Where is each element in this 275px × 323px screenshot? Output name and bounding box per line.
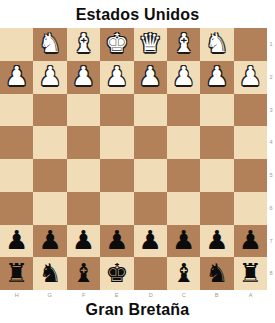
square-g1[interactable]: ♞ <box>33 28 66 61</box>
white-knight-g1: ♞ <box>38 30 61 56</box>
square-h3[interactable] <box>0 94 33 127</box>
rank-label-2: 2 <box>268 64 274 90</box>
white-knight-b1: ♞ <box>205 30 228 56</box>
white-bishop-c1: ♝ <box>172 30 195 56</box>
player-top-name: Estados Unidos <box>0 0 275 28</box>
square-d7[interactable]: ♟ <box>134 225 167 258</box>
square-d8[interactable] <box>134 257 167 290</box>
white-king-e1: ♚ <box>105 30 128 56</box>
white-pawn-h2: ♟ <box>5 63 28 89</box>
black-bishop-c8: ♝ <box>172 260 195 286</box>
square-e8[interactable]: ♚ <box>100 257 133 290</box>
rank-labels: 12345678 <box>267 28 275 290</box>
square-b8[interactable]: ♞ <box>200 257 233 290</box>
square-c6[interactable] <box>167 192 200 225</box>
square-h2[interactable]: ♟ <box>0 61 33 94</box>
square-g5[interactable] <box>33 159 66 192</box>
square-a6[interactable] <box>234 192 267 225</box>
black-pawn-g7: ♟ <box>38 227 61 253</box>
rank-label-8: 8 <box>268 261 274 287</box>
file-label-e: E <box>103 291 130 299</box>
square-b3[interactable] <box>200 94 233 127</box>
white-pawn-b2: ♟ <box>205 63 228 89</box>
square-e5[interactable] <box>100 159 133 192</box>
square-f4[interactable] <box>67 126 100 159</box>
file-label-d: D <box>137 291 164 299</box>
black-pawn-h7: ♟ <box>5 227 28 253</box>
player-bottom-name: Gran Bretaña <box>0 300 275 323</box>
rank-label-4: 4 <box>268 130 274 156</box>
file-label-g: G <box>37 291 64 299</box>
square-a3[interactable] <box>234 94 267 127</box>
square-a1[interactable] <box>234 28 267 61</box>
white-pawn-d2: ♟ <box>139 63 162 89</box>
black-pawn-a7: ♟ <box>239 227 262 253</box>
square-e7[interactable]: ♟ <box>100 225 133 258</box>
square-e1[interactable]: ♚ <box>100 28 133 61</box>
black-rook-a8: ♜ <box>239 260 262 286</box>
rank-label-3: 3 <box>268 97 274 123</box>
square-d1[interactable]: ♛ <box>134 28 167 61</box>
black-pawn-b7: ♟ <box>205 227 228 253</box>
square-d6[interactable] <box>134 192 167 225</box>
square-b2[interactable]: ♟ <box>200 61 233 94</box>
white-pawn-f2: ♟ <box>72 63 95 89</box>
square-f2[interactable]: ♟ <box>67 61 100 94</box>
square-c5[interactable] <box>167 159 200 192</box>
file-label-f: F <box>70 291 97 299</box>
black-king-e8: ♚ <box>105 260 128 286</box>
square-f1[interactable]: ♝ <box>67 28 100 61</box>
square-b6[interactable] <box>200 192 233 225</box>
square-c4[interactable] <box>167 126 200 159</box>
square-e2[interactable]: ♟ <box>100 61 133 94</box>
black-pawn-e7: ♟ <box>105 227 128 253</box>
square-g7[interactable]: ♟ <box>33 225 66 258</box>
square-a2[interactable]: ♟ <box>234 61 267 94</box>
black-rook-h8: ♜ <box>5 260 28 286</box>
black-knight-b8: ♞ <box>205 260 228 286</box>
square-h7[interactable]: ♟ <box>0 225 33 258</box>
square-c8[interactable]: ♝ <box>167 257 200 290</box>
chess-diagram: Estados Unidos ♞♝♚♛♝♞♟♟♟♟♟♟♟♟♟♟♟♟♟♟♟♟♜♞♝… <box>0 0 275 323</box>
square-d3[interactable] <box>134 94 167 127</box>
square-a4[interactable] <box>234 126 267 159</box>
square-c2[interactable]: ♟ <box>167 61 200 94</box>
square-f8[interactable]: ♝ <box>67 257 100 290</box>
square-d4[interactable] <box>134 126 167 159</box>
square-h5[interactable] <box>0 159 33 192</box>
file-label-a: A <box>237 291 264 299</box>
white-pawn-g2: ♟ <box>38 63 61 89</box>
black-bishop-f8: ♝ <box>72 260 95 286</box>
square-b1[interactable]: ♞ <box>200 28 233 61</box>
square-a7[interactable]: ♟ <box>234 225 267 258</box>
file-label-c: C <box>170 291 197 299</box>
square-h6[interactable] <box>0 192 33 225</box>
square-b7[interactable]: ♟ <box>200 225 233 258</box>
black-pawn-d7: ♟ <box>139 227 162 253</box>
rank-label-7: 7 <box>268 228 274 254</box>
square-g8[interactable]: ♞ <box>33 257 66 290</box>
square-g3[interactable] <box>33 94 66 127</box>
square-e3[interactable] <box>100 94 133 127</box>
white-pawn-a2: ♟ <box>239 63 262 89</box>
file-label-b: B <box>204 291 231 299</box>
square-h1[interactable] <box>0 28 33 61</box>
square-f3[interactable] <box>67 94 100 127</box>
square-b5[interactable] <box>200 159 233 192</box>
white-bishop-f1: ♝ <box>72 30 95 56</box>
square-d2[interactable]: ♟ <box>134 61 167 94</box>
square-b4[interactable] <box>200 126 233 159</box>
square-a8[interactable]: ♜ <box>234 257 267 290</box>
black-knight-g8: ♞ <box>38 260 61 286</box>
white-pawn-c2: ♟ <box>172 63 195 89</box>
rank-label-6: 6 <box>268 195 274 221</box>
square-f7[interactable]: ♟ <box>67 225 100 258</box>
square-a5[interactable] <box>234 159 267 192</box>
black-pawn-f7: ♟ <box>72 227 95 253</box>
square-h4[interactable] <box>0 126 33 159</box>
rank-label-5: 5 <box>268 162 274 188</box>
square-d5[interactable] <box>134 159 167 192</box>
black-pawn-c7: ♟ <box>172 227 195 253</box>
square-g6[interactable] <box>33 192 66 225</box>
rank-label-1: 1 <box>268 31 274 57</box>
square-g2[interactable]: ♟ <box>33 61 66 94</box>
board-area: ♞♝♚♛♝♞♟♟♟♟♟♟♟♟♟♟♟♟♟♟♟♟♜♞♝♚♝♞♜ 12345678 <box>0 28 275 290</box>
square-c1[interactable]: ♝ <box>167 28 200 61</box>
square-e4[interactable] <box>100 126 133 159</box>
white-pawn-e2: ♟ <box>105 63 128 89</box>
square-c7[interactable]: ♟ <box>167 225 200 258</box>
file-labels: HGFEDCBA <box>0 290 267 300</box>
file-label-h: H <box>3 291 30 299</box>
white-queen-d1: ♛ <box>139 30 162 56</box>
square-f5[interactable] <box>67 159 100 192</box>
square-h8[interactable]: ♜ <box>0 257 33 290</box>
square-g4[interactable] <box>33 126 66 159</box>
chess-board: ♞♝♚♛♝♞♟♟♟♟♟♟♟♟♟♟♟♟♟♟♟♟♜♞♝♚♝♞♜ <box>0 28 267 290</box>
square-c3[interactable] <box>167 94 200 127</box>
square-f6[interactable] <box>67 192 100 225</box>
square-e6[interactable] <box>100 192 133 225</box>
